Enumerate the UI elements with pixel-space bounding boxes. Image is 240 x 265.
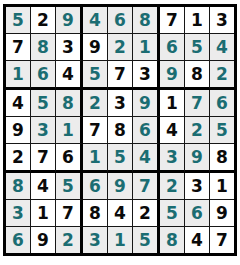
sudoku-cell-r9c1-given[interactable]: 6 bbox=[6, 227, 31, 253]
sudoku-cell-r2c3-entered[interactable]: 3 bbox=[56, 34, 83, 61]
sudoku-cell-r5c3-given[interactable]: 1 bbox=[56, 117, 83, 144]
sudoku-cell-r4c6-given[interactable]: 9 bbox=[133, 90, 160, 117]
sudoku-cell-r6c9-entered[interactable]: 8 bbox=[210, 144, 234, 173]
sudoku-cell-r3c8-entered[interactable]: 8 bbox=[185, 61, 210, 90]
sudoku-cell-r8c1-given[interactable]: 3 bbox=[6, 200, 31, 227]
sudoku-cell-r1c5-given[interactable]: 6 bbox=[108, 7, 133, 34]
sudoku-cell-r5c6-given[interactable]: 6 bbox=[133, 117, 160, 144]
sudoku-cell-r5c7-entered[interactable]: 4 bbox=[160, 117, 185, 144]
sudoku-cell-r9c8-entered[interactable]: 4 bbox=[185, 227, 210, 253]
sudoku-cell-r6c3-entered[interactable]: 6 bbox=[56, 144, 83, 173]
sudoku-cell-r4c9-given[interactable]: 6 bbox=[210, 90, 234, 117]
sudoku-cell-r8c4-entered[interactable]: 8 bbox=[83, 200, 108, 227]
sudoku-cell-r7c2-entered[interactable]: 4 bbox=[31, 173, 56, 200]
sudoku-cell-r9c9-entered[interactable]: 7 bbox=[210, 227, 234, 253]
sudoku-cell-r6c1-entered[interactable]: 2 bbox=[6, 144, 31, 173]
sudoku-cell-r4c2-given[interactable]: 5 bbox=[31, 90, 56, 117]
sudoku-cell-r7c6-given[interactable]: 7 bbox=[133, 173, 160, 200]
sudoku-cell-r9c2-entered[interactable]: 9 bbox=[31, 227, 56, 253]
sudoku-cell-r8c8-given[interactable]: 6 bbox=[185, 200, 210, 227]
sudoku-cell-r6c5-given[interactable]: 5 bbox=[108, 144, 133, 173]
sudoku-cell-r8c9-entered[interactable]: 9 bbox=[210, 200, 234, 227]
sudoku-cell-r9c7-given[interactable]: 8 bbox=[160, 227, 185, 253]
sudoku-cell-r6c6-given[interactable]: 4 bbox=[133, 144, 160, 173]
sudoku-cell-r1c7-entered[interactable]: 7 bbox=[160, 7, 185, 34]
sudoku-cell-r7c5-given[interactable]: 9 bbox=[108, 173, 133, 200]
sudoku-cell-r6c2-entered[interactable]: 7 bbox=[31, 144, 56, 173]
sudoku-cell-r2c4-entered[interactable]: 9 bbox=[83, 34, 108, 61]
sudoku-cell-r8c5-entered[interactable]: 4 bbox=[108, 200, 133, 227]
sudoku-cell-r8c2-entered[interactable]: 1 bbox=[31, 200, 56, 227]
sudoku-cell-r3c7-given[interactable]: 9 bbox=[160, 61, 185, 90]
sudoku-cell-r9c4-given[interactable]: 3 bbox=[83, 227, 108, 253]
sudoku-board: 5294687137839216541645739824582391769317… bbox=[3, 4, 237, 256]
sudoku-cell-r1c4-given[interactable]: 4 bbox=[83, 7, 108, 34]
sudoku-cell-r6c4-given[interactable]: 1 bbox=[83, 144, 108, 173]
sudoku-cell-r3c6-entered[interactable]: 3 bbox=[133, 61, 160, 90]
sudoku-cell-r1c1-given[interactable]: 5 bbox=[6, 7, 31, 34]
sudoku-cell-r6c8-given[interactable]: 9 bbox=[185, 144, 210, 173]
sudoku-cell-r8c3-entered[interactable]: 7 bbox=[56, 200, 83, 227]
sudoku-cell-r7c8-entered[interactable]: 3 bbox=[185, 173, 210, 200]
sudoku-cell-r2c6-given[interactable]: 1 bbox=[133, 34, 160, 61]
sudoku-cell-r3c3-entered[interactable]: 4 bbox=[56, 61, 83, 90]
sudoku-cell-r5c4-entered[interactable]: 7 bbox=[83, 117, 108, 144]
sudoku-grid: 5294687137839216541645739824582391769317… bbox=[6, 7, 234, 253]
sudoku-cell-r9c3-given[interactable]: 2 bbox=[56, 227, 83, 253]
sudoku-cell-r2c9-given[interactable]: 4 bbox=[210, 34, 234, 61]
sudoku-cell-r8c7-given[interactable]: 5 bbox=[160, 200, 185, 227]
sudoku-cell-r3c2-given[interactable]: 6 bbox=[31, 61, 56, 90]
sudoku-cell-r4c7-entered[interactable]: 1 bbox=[160, 90, 185, 117]
sudoku-cell-r4c5-entered[interactable]: 3 bbox=[108, 90, 133, 117]
sudoku-cell-r5c9-given[interactable]: 5 bbox=[210, 117, 234, 144]
sudoku-cell-r8c6-entered[interactable]: 2 bbox=[133, 200, 160, 227]
sudoku-cell-r5c8-given[interactable]: 2 bbox=[185, 117, 210, 144]
sudoku-cell-r1c3-given[interactable]: 9 bbox=[56, 7, 83, 34]
sudoku-cell-r2c5-given[interactable]: 2 bbox=[108, 34, 133, 61]
sudoku-cell-r7c1-given[interactable]: 8 bbox=[6, 173, 31, 200]
sudoku-cell-r3c4-given[interactable]: 5 bbox=[83, 61, 108, 90]
sudoku-cell-r7c3-given[interactable]: 5 bbox=[56, 173, 83, 200]
sudoku-cell-r5c1-entered[interactable]: 9 bbox=[6, 117, 31, 144]
sudoku-cell-r1c2-entered[interactable]: 2 bbox=[31, 7, 56, 34]
sudoku-cell-r9c5-given[interactable]: 1 bbox=[108, 227, 133, 253]
sudoku-cell-r3c5-entered[interactable]: 7 bbox=[108, 61, 133, 90]
sudoku-cell-r1c9-entered[interactable]: 3 bbox=[210, 7, 234, 34]
sudoku-cell-r7c7-given[interactable]: 2 bbox=[160, 173, 185, 200]
sudoku-cell-r4c8-given[interactable]: 7 bbox=[185, 90, 210, 117]
sudoku-cell-r3c1-given[interactable]: 1 bbox=[6, 61, 31, 90]
sudoku-cell-r4c3-given[interactable]: 8 bbox=[56, 90, 83, 117]
sudoku-cell-r1c8-entered[interactable]: 1 bbox=[185, 7, 210, 34]
sudoku-cell-r7c9-entered[interactable]: 1 bbox=[210, 173, 234, 200]
sudoku-cell-r1c6-given[interactable]: 8 bbox=[133, 7, 160, 34]
sudoku-cell-r4c1-entered[interactable]: 4 bbox=[6, 90, 31, 117]
sudoku-cell-r5c5-entered[interactable]: 8 bbox=[108, 117, 133, 144]
sudoku-cell-r7c4-given[interactable]: 6 bbox=[83, 173, 108, 200]
sudoku-cell-r9c6-given[interactable]: 5 bbox=[133, 227, 160, 253]
sudoku-cell-r2c7-given[interactable]: 6 bbox=[160, 34, 185, 61]
sudoku-cell-r6c7-given[interactable]: 3 bbox=[160, 144, 185, 173]
sudoku-cell-r2c2-given[interactable]: 8 bbox=[31, 34, 56, 61]
sudoku-cell-r2c8-given[interactable]: 5 bbox=[185, 34, 210, 61]
sudoku-cell-r2c1-entered[interactable]: 7 bbox=[6, 34, 31, 61]
sudoku-cell-r3c9-given[interactable]: 2 bbox=[210, 61, 234, 90]
sudoku-cell-r4c4-given[interactable]: 2 bbox=[83, 90, 108, 117]
sudoku-cell-r5c2-given[interactable]: 3 bbox=[31, 117, 56, 144]
